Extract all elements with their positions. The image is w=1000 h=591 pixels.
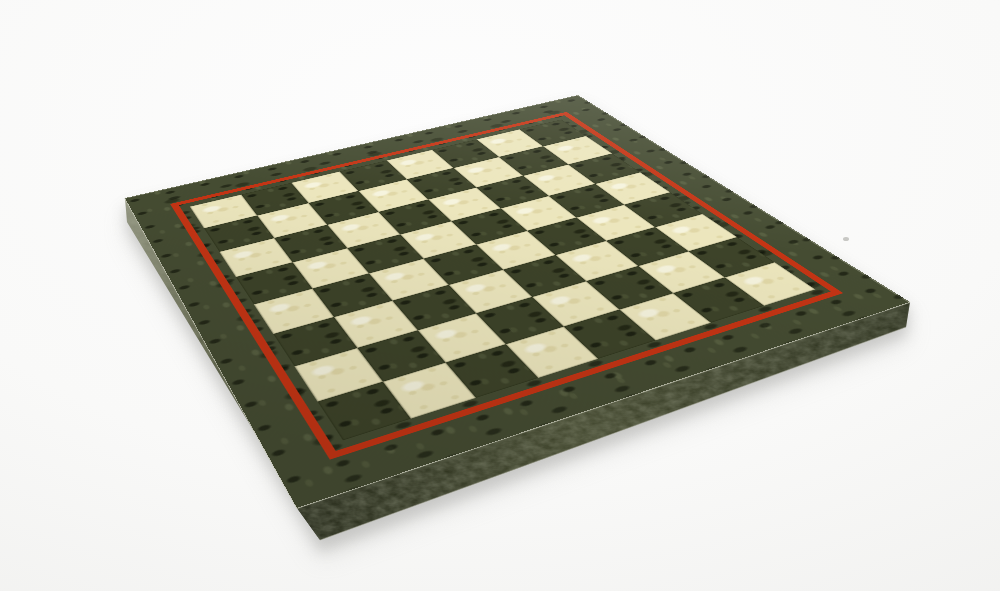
photo-background bbox=[0, 0, 1000, 591]
background-speck bbox=[843, 237, 849, 241]
